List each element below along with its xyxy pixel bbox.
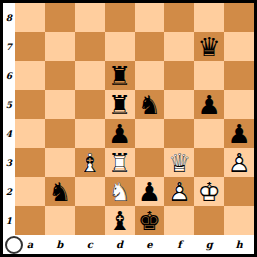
white-knight-outline-glyph: ♘ — [108, 179, 131, 205]
file-labels: abcdefgh — [15, 235, 254, 254]
square-e3[interactable] — [135, 148, 165, 177]
white-queen-outline-glyph: ♕ — [168, 150, 191, 176]
rank-label-1: 1 — [3, 206, 15, 235]
piece-white-pawn-h3[interactable]: ♟♙ — [224, 148, 254, 177]
piece-black-pawn-h4[interactable]: ♟ — [224, 119, 254, 148]
square-g7[interactable]: ♛ — [194, 32, 224, 61]
square-b5[interactable] — [45, 90, 75, 119]
square-e6[interactable] — [135, 61, 165, 90]
square-b7[interactable] — [45, 32, 75, 61]
square-e7[interactable] — [135, 32, 165, 61]
square-b6[interactable] — [45, 61, 75, 90]
piece-white-rook-d3[interactable]: ♜♖ — [105, 148, 135, 177]
black-rook-glyph: ♜ — [108, 92, 131, 118]
square-c8[interactable] — [75, 3, 105, 32]
square-c2[interactable] — [75, 177, 105, 206]
square-d5[interactable]: ♜ — [105, 90, 135, 119]
chess-diagram-frame: 87654321 ♛♜♜♞♟♟♟♝♗♜♖♛♕♟♙♞♞♘♟♟♙♚♔♝♚ abcde… — [0, 0, 257, 257]
square-g1[interactable] — [194, 206, 224, 235]
black-pawn-glyph: ♟ — [138, 179, 161, 205]
piece-black-pawn-d4[interactable]: ♟ — [105, 119, 135, 148]
black-queen-glyph: ♛ — [198, 34, 221, 60]
square-b8[interactable] — [45, 3, 75, 32]
black-bishop-glyph: ♝ — [108, 208, 131, 234]
piece-black-knight-b2[interactable]: ♞ — [45, 177, 75, 206]
square-h3[interactable]: ♟♙ — [224, 148, 254, 177]
piece-white-pawn-f2[interactable]: ♟♙ — [164, 177, 194, 206]
square-f1[interactable] — [164, 206, 194, 235]
square-a6[interactable] — [15, 61, 45, 90]
piece-white-king-g2[interactable]: ♚♔ — [194, 177, 224, 206]
square-b4[interactable] — [45, 119, 75, 148]
square-h5[interactable] — [224, 90, 254, 119]
square-h7[interactable] — [224, 32, 254, 61]
square-a8[interactable] — [15, 3, 45, 32]
square-e4[interactable] — [135, 119, 165, 148]
square-d6[interactable]: ♜ — [105, 61, 135, 90]
rank-label-6: 6 — [3, 61, 15, 90]
square-h1[interactable] — [224, 206, 254, 235]
square-b3[interactable] — [45, 148, 75, 177]
square-c3[interactable]: ♝♗ — [75, 148, 105, 177]
white-bishop-outline-glyph: ♗ — [78, 150, 101, 176]
file-label-h: h — [224, 235, 254, 254]
square-h8[interactable] — [224, 3, 254, 32]
square-d3[interactable]: ♜♖ — [105, 148, 135, 177]
square-b2[interactable]: ♞ — [45, 177, 75, 206]
rank-label-3: 3 — [3, 148, 15, 177]
square-f7[interactable] — [164, 32, 194, 61]
file-label-f: f — [164, 235, 194, 254]
black-king-glyph: ♚ — [138, 208, 161, 234]
file-label-a: a — [15, 235, 45, 254]
square-c6[interactable] — [75, 61, 105, 90]
white-rook-outline-glyph: ♖ — [108, 150, 131, 176]
square-c7[interactable] — [75, 32, 105, 61]
rank-label-5: 5 — [3, 90, 15, 119]
rank-labels: 87654321 — [3, 3, 15, 235]
piece-black-king-e1[interactable]: ♚ — [135, 206, 165, 235]
piece-black-queen-g7[interactable]: ♛ — [194, 32, 224, 61]
square-a1[interactable] — [15, 206, 45, 235]
rank-label-4: 4 — [3, 119, 15, 148]
square-b1[interactable] — [45, 206, 75, 235]
square-f2[interactable]: ♟♙ — [164, 177, 194, 206]
square-e5[interactable]: ♞ — [135, 90, 165, 119]
rank-label-7: 7 — [3, 32, 15, 61]
square-g6[interactable] — [194, 61, 224, 90]
square-c5[interactable] — [75, 90, 105, 119]
square-d4[interactable]: ♟ — [105, 119, 135, 148]
square-a2[interactable] — [15, 177, 45, 206]
square-d2[interactable]: ♞♘ — [105, 177, 135, 206]
piece-black-pawn-e2[interactable]: ♟ — [135, 177, 165, 206]
piece-white-knight-d2[interactable]: ♞♘ — [105, 177, 135, 206]
square-d1[interactable]: ♝ — [105, 206, 135, 235]
square-a4[interactable] — [15, 119, 45, 148]
square-e8[interactable] — [135, 3, 165, 32]
piece-white-bishop-c3[interactable]: ♝♗ — [75, 148, 105, 177]
black-pawn-glyph: ♟ — [108, 121, 131, 147]
square-f5[interactable] — [164, 90, 194, 119]
board-footer: abcdefgh — [3, 235, 254, 254]
piece-black-knight-e5[interactable]: ♞ — [135, 90, 165, 119]
square-g2[interactable]: ♚♔ — [194, 177, 224, 206]
file-label-d: d — [105, 235, 135, 254]
black-pawn-glyph: ♟ — [227, 121, 250, 147]
black-pawn-glyph: ♟ — [198, 92, 221, 118]
file-label-c: c — [75, 235, 105, 254]
square-d7[interactable] — [105, 32, 135, 61]
file-label-g: g — [194, 235, 224, 254]
file-label-b: b — [45, 235, 75, 254]
square-h6[interactable] — [224, 61, 254, 90]
piece-black-rook-d5[interactable]: ♜ — [105, 90, 135, 119]
square-e2[interactable]: ♟ — [135, 177, 165, 206]
white-pawn-outline-glyph: ♙ — [168, 179, 191, 205]
square-a3[interactable] — [15, 148, 45, 177]
black-knight-glyph: ♞ — [138, 92, 161, 118]
square-c1[interactable] — [75, 206, 105, 235]
square-e1[interactable]: ♚ — [135, 206, 165, 235]
piece-black-rook-d6[interactable]: ♜ — [105, 61, 135, 90]
square-h2[interactable] — [224, 177, 254, 206]
square-f3[interactable]: ♛♕ — [164, 148, 194, 177]
piece-black-pawn-g5[interactable]: ♟ — [194, 90, 224, 119]
square-g8[interactable] — [194, 3, 224, 32]
black-rook-glyph: ♜ — [108, 63, 131, 89]
square-f6[interactable] — [164, 61, 194, 90]
white-pawn-outline-glyph: ♙ — [227, 150, 250, 176]
black-knight-glyph: ♞ — [48, 179, 71, 205]
square-h4[interactable]: ♟ — [224, 119, 254, 148]
square-g3[interactable] — [194, 148, 224, 177]
square-g5[interactable]: ♟ — [194, 90, 224, 119]
square-c4[interactable] — [75, 119, 105, 148]
rank-label-2: 2 — [3, 177, 15, 206]
square-a7[interactable] — [15, 32, 45, 61]
rank-label-8: 8 — [3, 3, 15, 32]
chess-board[interactable]: ♛♜♜♞♟♟♟♝♗♜♖♛♕♟♙♞♞♘♟♟♙♚♔♝♚ — [15, 3, 254, 235]
white-king-outline-glyph: ♔ — [198, 179, 221, 205]
file-label-e: e — [135, 235, 165, 254]
square-g4[interactable] — [194, 119, 224, 148]
square-d8[interactable] — [105, 3, 135, 32]
square-a5[interactable] — [15, 90, 45, 119]
piece-black-bishop-d1[interactable]: ♝ — [105, 206, 135, 235]
square-f8[interactable] — [164, 3, 194, 32]
square-f4[interactable] — [164, 119, 194, 148]
piece-white-queen-f3[interactable]: ♛♕ — [164, 148, 194, 177]
